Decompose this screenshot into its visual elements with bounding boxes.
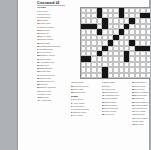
grid-cell[interactable] xyxy=(146,73,150,78)
clue-item: 46 At first sight xyxy=(37,98,64,101)
clue-column-1: Across1 Tree fluid4 Sunrise hue7 Island … xyxy=(37,5,64,149)
section-header: Down xyxy=(71,93,98,97)
clue-item: 39 Warm season xyxy=(132,103,150,106)
clue-item: 48 Use oars xyxy=(132,122,150,125)
clue-column-3: 7 Sharp taste8 Unwell9 Long period10 Eve… xyxy=(102,81,129,150)
section-header: Across xyxy=(37,5,64,9)
clue-column-2: 49 Rice drink50 Coconut carrier51 Sea ea… xyxy=(71,81,98,150)
clue-column-4: 26 Light source27 Dairy drink28 Field cr… xyxy=(132,81,150,150)
crossword-grid xyxy=(80,7,151,80)
puzzle-page: Crossword #2 Across1 Tree fluid4 Sunrise… xyxy=(18,0,149,150)
clue-item: 6 Tiny insect xyxy=(71,114,98,117)
